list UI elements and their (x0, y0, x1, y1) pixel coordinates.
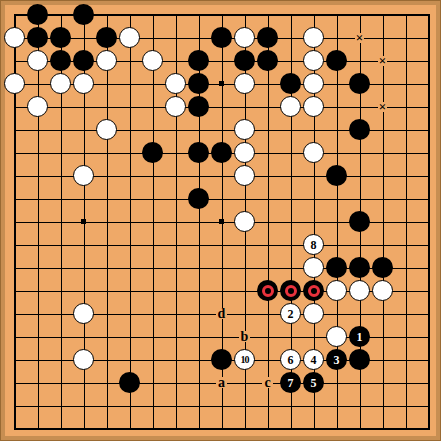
stone-white (73, 303, 94, 324)
stone-black (188, 96, 209, 117)
stone-white (372, 280, 393, 301)
x-mark-glyph: × (355, 33, 364, 43)
stone-black (211, 27, 232, 48)
stone-white-move-2: 2 (280, 303, 301, 324)
stone-white (303, 303, 324, 324)
x-mark-glyph: × (378, 102, 387, 112)
stone-black (188, 188, 209, 209)
stone-white (326, 280, 347, 301)
stone-black (349, 119, 370, 140)
stone-black (142, 142, 163, 163)
stone-white-move-8: 8 (303, 234, 324, 255)
point-label-text: d (216, 308, 228, 319)
point-label-c: c (256, 371, 279, 394)
stone-white (73, 73, 94, 94)
stone-black (349, 73, 370, 94)
stone-black (211, 142, 232, 163)
stone-black (50, 50, 71, 71)
x-mark-glyph: × (378, 56, 387, 66)
stone-black (326, 165, 347, 186)
stone-black (50, 27, 71, 48)
stone-black (326, 257, 347, 278)
star-point (219, 81, 224, 86)
stone-black-marked (257, 280, 278, 301)
x-mark: × (371, 95, 394, 118)
stone-white (280, 96, 301, 117)
stone-black (27, 4, 48, 25)
stone-black-move-1: 1 (349, 326, 370, 347)
stone-black (349, 211, 370, 232)
stone-white (96, 50, 117, 71)
star-point (219, 219, 224, 224)
point-label-d: d (210, 302, 233, 325)
stone-white (165, 73, 186, 94)
stone-black (234, 50, 255, 71)
stone-black (188, 73, 209, 94)
point-label-text: a (216, 377, 227, 388)
stone-black (257, 50, 278, 71)
stone-white (303, 50, 324, 71)
stone-black-marked (303, 280, 324, 301)
stone-black (73, 50, 94, 71)
stone-white-move-10: 10 (234, 349, 255, 370)
stone-white (4, 73, 25, 94)
stone-white (142, 50, 163, 71)
stone-white (4, 27, 25, 48)
stone-black (326, 50, 347, 71)
stone-white (234, 211, 255, 232)
stone-white (27, 50, 48, 71)
stone-black (96, 27, 117, 48)
stone-white (303, 257, 324, 278)
stone-black-move-3: 3 (326, 349, 347, 370)
stone-white (303, 73, 324, 94)
stone-white (119, 27, 140, 48)
stone-white (303, 96, 324, 117)
point-label-text: b (239, 331, 251, 342)
circle-marker (262, 285, 274, 297)
stone-black (280, 73, 301, 94)
stone-black (27, 27, 48, 48)
stone-white (326, 326, 347, 347)
stone-white (73, 349, 94, 370)
stone-white (50, 73, 71, 94)
star-point (81, 219, 86, 224)
stone-white-move-6: 6 (280, 349, 301, 370)
stone-white (27, 96, 48, 117)
stone-white (234, 119, 255, 140)
circle-marker (308, 285, 320, 297)
circle-marker (285, 285, 297, 297)
stone-white (96, 119, 117, 140)
x-mark: × (371, 49, 394, 72)
stone-white (234, 165, 255, 186)
stone-black (211, 349, 232, 370)
stone-black (188, 50, 209, 71)
stone-white (165, 96, 186, 117)
x-mark: × (348, 26, 371, 49)
stone-black (349, 349, 370, 370)
stone-black (188, 142, 209, 163)
point-label-text: c (262, 377, 272, 388)
stone-black (349, 257, 370, 278)
stone-black-marked (280, 280, 301, 301)
point-label-a: a (210, 371, 233, 394)
stone-black (119, 372, 140, 393)
stone-white (303, 27, 324, 48)
stone-black (257, 27, 278, 48)
stone-black (372, 257, 393, 278)
goban: abcd×××1234567810 (0, 0, 441, 441)
stone-white-move-4: 4 (303, 349, 324, 370)
goban-grid: abcd×××1234567810 (3, 3, 440, 440)
stone-white (73, 165, 94, 186)
stone-black-move-7: 7 (280, 372, 301, 393)
point-label-b: b (233, 325, 256, 348)
stone-black (73, 4, 94, 25)
stone-white (234, 142, 255, 163)
stone-white (234, 27, 255, 48)
stone-white (303, 142, 324, 163)
stone-white (234, 73, 255, 94)
stone-black-move-5: 5 (303, 372, 324, 393)
stone-white (349, 280, 370, 301)
